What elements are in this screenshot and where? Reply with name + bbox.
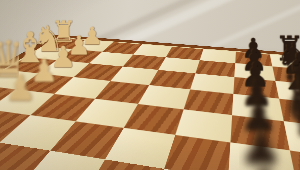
chess-photo-scene: ♜♟♟♜♞♟♟♞♝♟♟♝♛♟♟♛♚♟♟♚♝♟♟♝♞♟♟♞♜♟♟♜ Low-ang… (0, 0, 300, 170)
square-e6 (175, 109, 232, 142)
black-rook-a8: ♜ (275, 32, 300, 66)
square-f6 (164, 135, 230, 170)
square-e8: ♚ (284, 121, 300, 159)
square-g3 (0, 143, 50, 170)
perspective-scene: ♜♟♟♜♞♟♟♞♝♟♟♝♛♟♟♛♚♟♟♚♝♟♟♝♞♟♟♞♜♟♟♜ (0, 0, 300, 170)
chess-board: ♜♟♟♜♞♟♟♞♝♟♟♝♛♟♟♛♚♟♟♚♝♟♟♝♞♟♟♞♜♟♟♜ (0, 35, 300, 170)
white-pawn-a2: ♟ (81, 24, 103, 48)
square-c8: ♝ (275, 81, 300, 104)
square-c6 (190, 73, 234, 94)
black-pawn-a7: ♟ (241, 35, 265, 62)
white-rook-a1: ♜ (51, 17, 77, 46)
